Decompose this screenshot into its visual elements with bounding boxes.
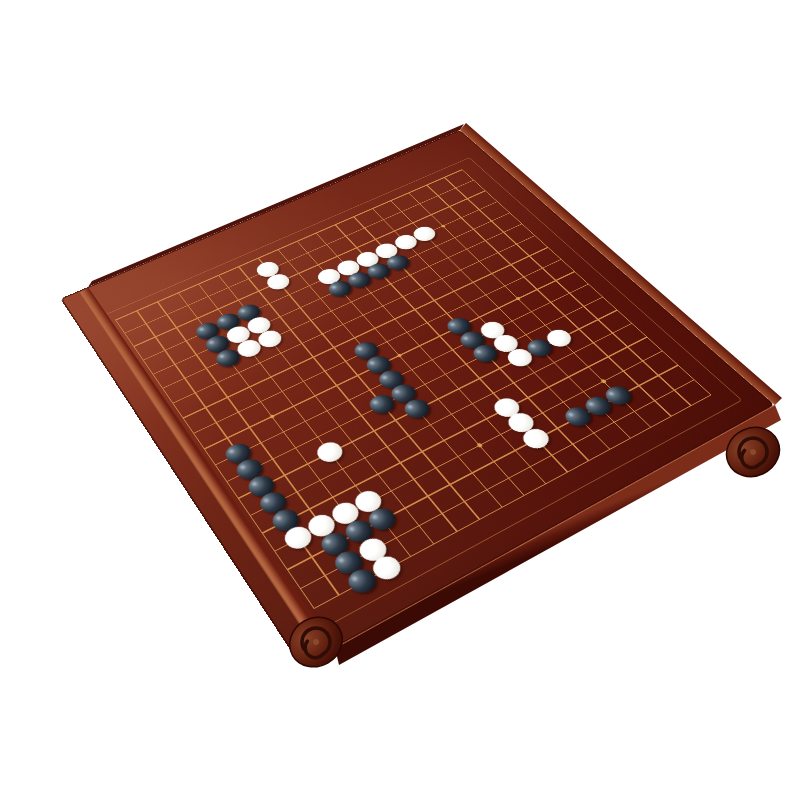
go-board-photo bbox=[0, 0, 800, 800]
star-point bbox=[440, 224, 445, 228]
star-point bbox=[600, 379, 606, 384]
star-point bbox=[476, 443, 482, 448]
stone-layer bbox=[116, 170, 711, 608]
white-stone[interactable] bbox=[313, 439, 347, 466]
star-point bbox=[515, 297, 521, 301]
star-point bbox=[396, 353, 402, 357]
star-point bbox=[269, 414, 275, 419]
go-board bbox=[60, 130, 775, 667]
